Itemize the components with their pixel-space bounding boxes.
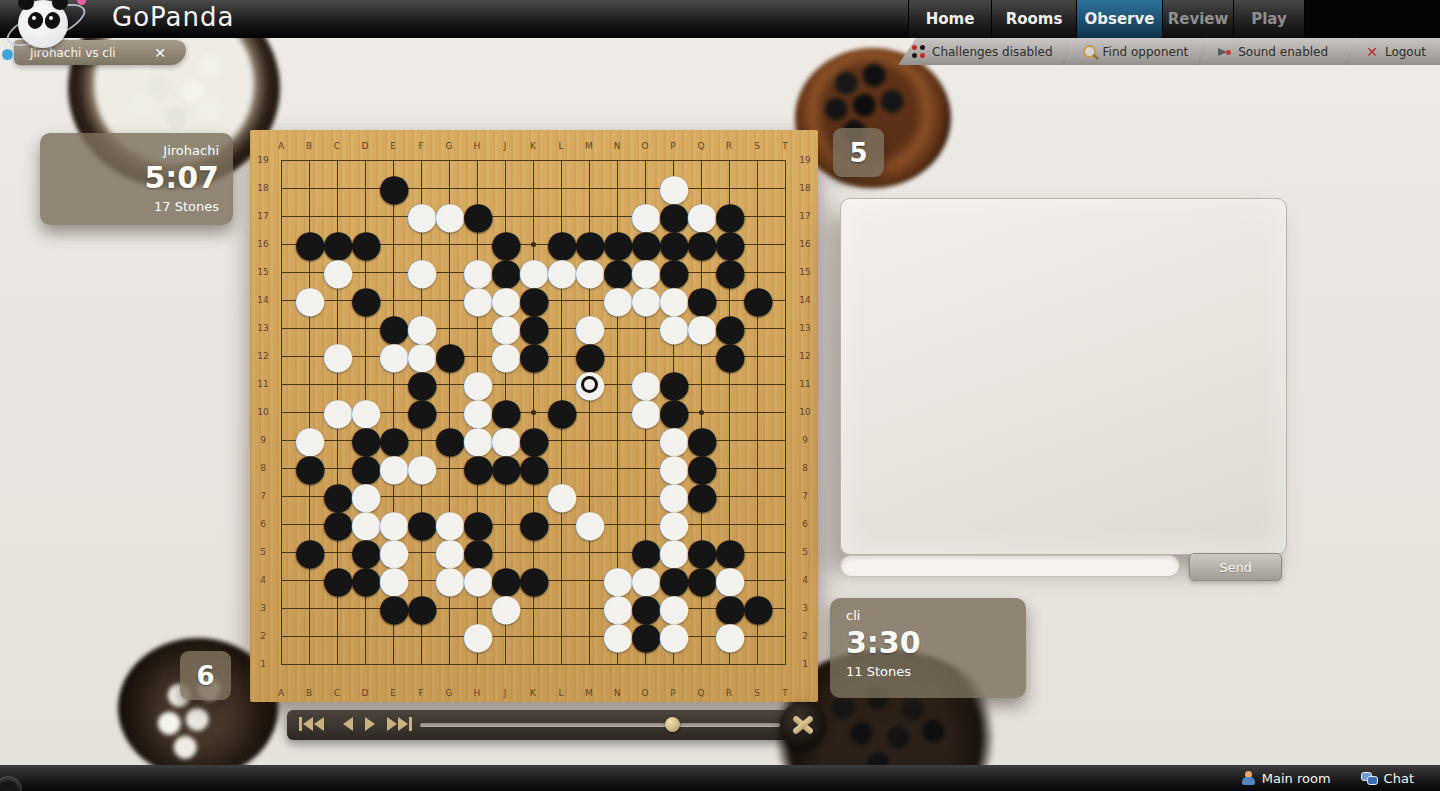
black-stone-D4: ●: [350, 566, 380, 594]
black-stone-F10: ●: [406, 398, 436, 426]
black-stone-E3: ●: [378, 594, 408, 622]
go-to-end-button[interactable]: [387, 717, 412, 731]
nav-tab-rooms[interactable]: Rooms: [991, 0, 1076, 38]
row-label-7: 7: [254, 491, 272, 501]
white-stone-H14: ●: [462, 286, 492, 314]
col-label-O: O: [635, 141, 655, 151]
white-stone-G4: ●: [434, 566, 464, 594]
row-label-2: 2: [254, 631, 272, 641]
move-slider-handle[interactable]: [665, 717, 680, 732]
row-label-15: 15: [796, 267, 814, 277]
row-label-11: 11: [254, 379, 272, 389]
go-board: ●●●●●●●●●●●●●●●●●●●●●●●●●●●●●●●●●●●●●●●●…: [250, 130, 818, 702]
top-bar: GoPanda HomeRoomsObserveReviewPlay: [0, 0, 1440, 38]
gopanda-window: ●●●●●●●● ●●●●●● ●●●●● ●●●●●●● GoPanda Ho…: [0, 0, 1440, 791]
col-label-O: O: [635, 688, 655, 698]
nav-tab-observe[interactable]: Observe: [1076, 0, 1162, 38]
blue-orbit-dot: [2, 49, 13, 60]
row-label-14: 14: [254, 295, 272, 305]
challenges-disabled-button[interactable]: Challenges disabled: [898, 38, 1067, 65]
black-player-clock: 3:30: [846, 625, 1026, 660]
black-player-card: cli 3:30 11 Stones: [830, 598, 1026, 698]
decorative-bowl-stone: ●: [128, 88, 154, 118]
black-stone-K6: ●: [518, 510, 548, 538]
captured-white-count-badge: 6: [180, 651, 231, 700]
row-label-13: 13: [254, 323, 272, 333]
white-stone-F15: ●: [406, 258, 436, 286]
col-label-Q: Q: [691, 141, 711, 151]
white-stone-M6: ●: [574, 510, 604, 538]
white-stone-F8: ●: [406, 454, 436, 482]
row-label-4: 4: [796, 575, 814, 585]
col-label-T: T: [775, 141, 795, 151]
decorative-bowl-stone: ●: [172, 730, 198, 760]
send-button-label: Send: [1219, 560, 1252, 575]
white-player-name: Jirohachi: [40, 143, 219, 158]
col-label-A: A: [271, 688, 291, 698]
white-stone-M11: ●: [574, 370, 604, 398]
col-label-S: S: [747, 141, 767, 151]
col-label-F: F: [411, 688, 431, 698]
find-opponent-button[interactable]: Find opponent: [1069, 38, 1203, 65]
row-label-9: 9: [254, 435, 272, 445]
black-stone-F3: ●: [406, 594, 436, 622]
row-label-3: 3: [254, 603, 272, 613]
black-stone-B16: ●: [294, 230, 324, 258]
row-label-5: 5: [254, 547, 272, 557]
main-nav: HomeRoomsObserveReviewPlay: [908, 0, 1440, 38]
white-stone-O14: ●: [630, 286, 660, 314]
col-label-E: E: [383, 688, 403, 698]
black-stone-R12: ●: [714, 342, 744, 370]
white-stone-P13: ●: [658, 314, 688, 342]
nav-blank-button[interactable]: [1304, 0, 1440, 38]
sound-label: Sound enabled: [1238, 45, 1328, 59]
speaker-icon: [1218, 46, 1231, 58]
col-label-C: C: [327, 688, 347, 698]
row-label-10: 10: [796, 407, 814, 417]
challenges-label: Challenges disabled: [932, 45, 1053, 59]
col-label-C: C: [327, 141, 347, 151]
white-stone-J3: ●: [490, 594, 520, 622]
row-label-6: 6: [254, 519, 272, 529]
go-to-start-button[interactable]: [299, 717, 324, 731]
white-stone-E8: ●: [378, 454, 408, 482]
row-label-19: 19: [796, 155, 814, 165]
main-room-label: Main room: [1262, 771, 1331, 786]
col-label-H: H: [467, 141, 487, 151]
main-room-button[interactable]: Main room: [1242, 771, 1331, 786]
search-icon: [1083, 45, 1096, 58]
decorative-bowl-stone: ●: [163, 100, 189, 130]
col-label-D: D: [355, 688, 375, 698]
row-label-15: 15: [254, 267, 272, 277]
col-label-G: G: [439, 688, 459, 698]
logout-label: Logout: [1385, 45, 1426, 59]
black-stone-C4: ●: [322, 566, 352, 594]
black-stone-E18: ●: [378, 174, 408, 202]
row-label-3: 3: [796, 603, 814, 613]
white-stone-L7: ●: [546, 482, 576, 510]
white-stone-C15: ●: [322, 258, 352, 286]
col-label-Q: Q: [691, 688, 711, 698]
black-stone-D14: ●: [350, 286, 380, 314]
row-label-1: 1: [796, 659, 814, 669]
black-stone-L10: ●: [546, 398, 576, 426]
white-stone-Q13: ●: [686, 314, 716, 342]
send-button[interactable]: Send: [1189, 553, 1282, 581]
row-label-10: 10: [254, 407, 272, 417]
nav-tab-play[interactable]: Play: [1233, 0, 1304, 38]
status-bar: Main room Chat: [0, 765, 1440, 791]
row-label-16: 16: [796, 239, 814, 249]
col-label-E: E: [383, 141, 403, 151]
row-label-1: 1: [254, 659, 272, 669]
board-settings-button[interactable]: [780, 702, 826, 748]
row-label-7: 7: [796, 491, 814, 501]
row-label-8: 8: [254, 463, 272, 473]
col-label-K: K: [523, 141, 543, 151]
decorative-bowl-stone: ●: [848, 716, 874, 746]
white-stone-H4: ●: [462, 566, 492, 594]
white-stone-C10: ●: [322, 398, 352, 426]
row-label-6: 6: [796, 519, 814, 529]
white-stone-P2: ●: [658, 622, 688, 650]
playback-control-bar: [287, 710, 818, 740]
secondary-toolbar: Challenges disabled Find opponent Sound …: [898, 38, 1440, 65]
row-label-18: 18: [796, 183, 814, 193]
chat-bubbles-icon: [1361, 772, 1377, 785]
black-stone-H17: ●: [462, 202, 492, 230]
white-stone-E12: ●: [378, 342, 408, 370]
black-stone-G9: ●: [434, 426, 464, 454]
row-label-18: 18: [254, 183, 272, 193]
black-stone-Q4: ●: [686, 566, 716, 594]
black-stone-G12: ●: [434, 342, 464, 370]
black-player-name: cli: [846, 608, 1026, 623]
step-back-button[interactable]: [343, 717, 353, 731]
row-label-9: 9: [796, 435, 814, 445]
col-label-T: T: [775, 688, 795, 698]
row-label-17: 17: [796, 211, 814, 221]
col-label-R: R: [719, 141, 739, 151]
row-label-4: 4: [254, 575, 272, 585]
white-stone-R2: ●: [714, 622, 744, 650]
col-label-K: K: [523, 688, 543, 698]
row-label-14: 14: [796, 295, 814, 305]
black-stone-R15: ●: [714, 258, 744, 286]
white-stone-G17: ●: [434, 202, 464, 230]
white-stone-C12: ●: [322, 342, 352, 370]
black-stone-S3: ●: [742, 594, 772, 622]
black-stone-B5: ●: [294, 538, 324, 566]
decorative-bowl-stone: ●: [879, 84, 905, 114]
white-player-card: Jirohachi 5:07 17 Stones: [40, 133, 233, 225]
white-stone-N14: ●: [602, 286, 632, 314]
black-stone-B8: ●: [294, 454, 324, 482]
col-label-P: P: [663, 688, 683, 698]
black-stone-J8: ●: [490, 454, 520, 482]
black-stone-F6: ●: [406, 510, 436, 538]
board-grid[interactable]: ●●●●●●●●●●●●●●●●●●●●●●●●●●●●●●●●●●●●●●●●…: [281, 160, 786, 665]
col-label-B: B: [299, 688, 319, 698]
black-stone-K8: ●: [518, 454, 548, 482]
col-label-M: M: [579, 141, 599, 151]
col-label-L: L: [551, 688, 571, 698]
white-stone-H2: ●: [462, 622, 492, 650]
col-label-M: M: [579, 688, 599, 698]
find-opponent-label: Find opponent: [1103, 45, 1189, 59]
white-stone-B14: ●: [294, 286, 324, 314]
white-player-clock: 5:07: [40, 160, 219, 195]
black-player-stones-remaining: 11 Stones: [846, 664, 1026, 679]
black-stone-O2: ●: [630, 622, 660, 650]
app-title: GoPanda: [112, 2, 234, 32]
sound-enabled-button[interactable]: Sound enabled: [1204, 38, 1342, 65]
hoshi-point: [699, 410, 704, 415]
black-stone-Q7: ●: [686, 482, 716, 510]
gopanda-logo-icon: [12, 0, 74, 56]
white-stone-J12: ●: [490, 342, 520, 370]
challenges-icon: [912, 45, 925, 58]
row-label-5: 5: [796, 547, 814, 557]
row-label-16: 16: [254, 239, 272, 249]
decorative-bowl-stone: ●: [196, 93, 222, 123]
hoshi-point: [531, 410, 536, 415]
nav-tab-home[interactable]: Home: [908, 0, 991, 38]
row-label-12: 12: [254, 351, 272, 361]
white-stone-N2: ●: [602, 622, 632, 650]
col-label-F: F: [411, 141, 431, 151]
row-label-17: 17: [254, 211, 272, 221]
nav-tab-review[interactable]: Review: [1162, 0, 1233, 38]
logout-x-icon: ✕: [1366, 45, 1378, 59]
col-label-H: H: [467, 688, 487, 698]
row-label-13: 13: [796, 323, 814, 333]
white-stone-F17: ●: [406, 202, 436, 230]
row-label-19: 19: [254, 155, 272, 165]
logout-button[interactable]: ✕ Logout: [1352, 38, 1440, 65]
chat-button[interactable]: Chat: [1361, 771, 1414, 786]
white-stone-M15: ●: [574, 258, 604, 286]
col-label-D: D: [355, 141, 375, 151]
col-label-N: N: [607, 141, 627, 151]
white-stone-L15: ●: [546, 258, 576, 286]
hoshi-point: [531, 242, 536, 247]
black-stone-Q16: ●: [686, 230, 716, 258]
last-move-marker: [581, 376, 598, 393]
white-stone-O10: ●: [630, 398, 660, 426]
col-label-J: J: [495, 141, 515, 151]
col-label-L: L: [551, 141, 571, 151]
black-stone-K12: ●: [518, 342, 548, 370]
step-forward-button[interactable]: [365, 717, 375, 731]
col-label-B: B: [299, 141, 319, 151]
tab-close-icon[interactable]: ✕: [154, 45, 166, 61]
chat-label: Chat: [1384, 771, 1414, 786]
row-label-12: 12: [796, 351, 814, 361]
black-stone-C6: ●: [322, 510, 352, 538]
col-label-P: P: [663, 141, 683, 151]
col-label-N: N: [607, 688, 627, 698]
chat-history-panel: [840, 198, 1287, 555]
col-label-S: S: [747, 688, 767, 698]
decorative-bowl-stone: ●: [920, 714, 946, 744]
chat-input[interactable]: [840, 555, 1180, 577]
person-icon: [1242, 771, 1255, 785]
col-label-R: R: [719, 688, 739, 698]
white-player-stones-remaining: 17 Stones: [40, 199, 219, 214]
move-slider-track[interactable]: [420, 723, 780, 727]
black-stone-S14: ●: [742, 286, 772, 314]
row-label-11: 11: [796, 379, 814, 389]
row-label-2: 2: [796, 631, 814, 641]
col-label-G: G: [439, 141, 459, 151]
captured-black-count-badge: 5: [833, 128, 884, 177]
black-stone-D16: ●: [350, 230, 380, 258]
col-label-A: A: [271, 141, 291, 151]
row-label-8: 8: [796, 463, 814, 473]
black-stone-H8: ●: [462, 454, 492, 482]
black-stone-K4: ●: [518, 566, 548, 594]
col-label-J: J: [495, 688, 515, 698]
